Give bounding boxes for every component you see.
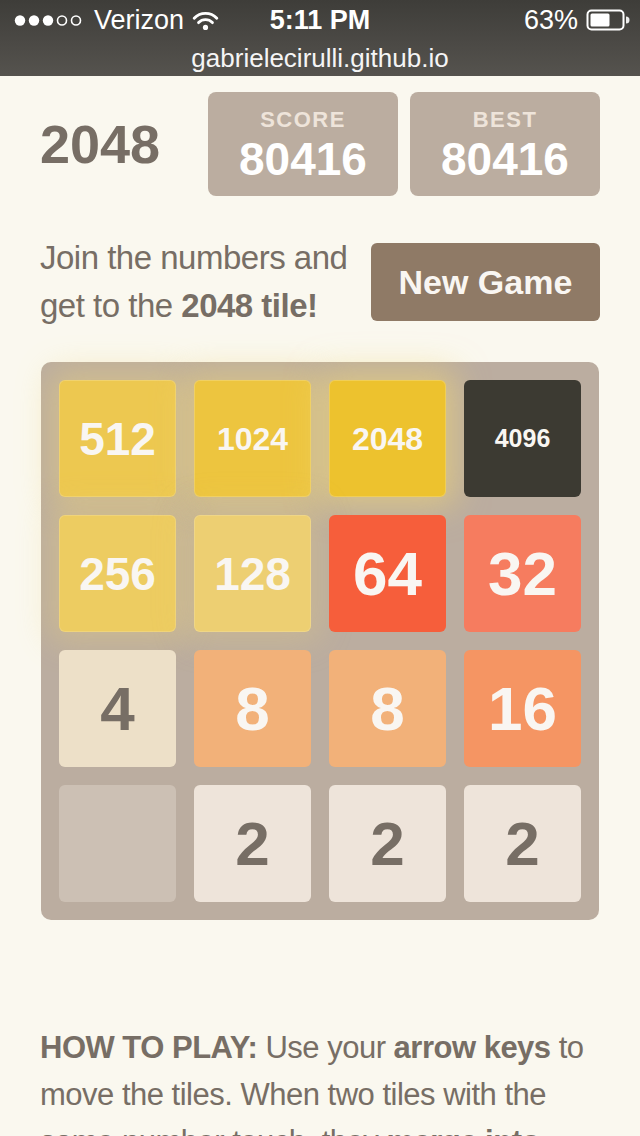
status-bar-top-row: Verizon 5:11 PM 63%: [0, 0, 640, 40]
tile-128: 128: [194, 515, 311, 632]
tile-2: 2: [329, 785, 446, 902]
url-bar[interactable]: gabrielecirulli.github.io: [0, 40, 640, 76]
tile-256: 256: [59, 515, 176, 632]
tile-512: 512: [59, 380, 176, 497]
best-value: 80416: [441, 136, 569, 182]
score-box: SCORE 80416: [208, 92, 398, 196]
tile-2048: 2048: [329, 380, 446, 497]
tile-2: 2: [464, 785, 581, 902]
iphone-safari-screen: Verizon 5:11 PM 63%: [0, 0, 640, 1136]
score-value: 80416: [239, 136, 367, 182]
tile-64: 64: [329, 515, 446, 632]
tile-2: 2: [194, 785, 311, 902]
tile-8: 8: [194, 650, 311, 767]
status-bar: Verizon 5:11 PM 63%: [0, 0, 640, 76]
page-title: 2048: [40, 92, 208, 196]
tile-32: 32: [464, 515, 581, 632]
tile-8: 8: [329, 650, 446, 767]
tile-16: 16: [464, 650, 581, 767]
tile-1024: 1024: [194, 380, 311, 497]
score-label: SCORE: [260, 107, 346, 133]
tile-4: 4: [59, 650, 176, 767]
new-game-button[interactable]: New Game: [371, 243, 600, 321]
url-text: gabrielecirulli.github.io: [191, 43, 448, 74]
intro-goal-bold: 2048 tile!: [181, 287, 317, 324]
game-header: 2048 SCORE 80416 BEST 80416: [40, 92, 600, 196]
game-board[interactable]: 512102420484096256128643248816222: [41, 362, 599, 920]
how-to-play-text: HOW TO PLAY: Use your arrow keys to move…: [40, 1024, 605, 1136]
best-label: BEST: [473, 107, 538, 133]
battery-percent: 63%: [524, 5, 578, 36]
best-box: BEST 80416: [410, 92, 600, 196]
intro-text: Join the numbers and get to the 2048 til…: [40, 234, 371, 330]
battery-icon: [586, 9, 630, 31]
empty-cell: [59, 785, 176, 902]
tile-4096: 4096: [464, 380, 581, 497]
